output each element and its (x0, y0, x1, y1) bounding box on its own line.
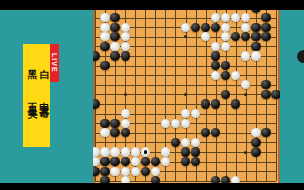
stone-black (141, 167, 150, 176)
star-point (124, 93, 127, 96)
go-board[interactable] (93, 10, 280, 183)
stone-white (100, 128, 109, 137)
stone-white (131, 157, 140, 166)
stone-white (121, 176, 130, 183)
stone-black (251, 138, 260, 147)
stone-black (100, 167, 109, 176)
stone-black (181, 147, 190, 156)
stone-white (221, 23, 230, 32)
stone-white (110, 42, 119, 51)
stone-white (100, 13, 109, 22)
stone-black (110, 128, 119, 137)
stone-white (201, 32, 210, 41)
stone-black (261, 13, 270, 22)
stone-black (271, 90, 280, 99)
stone-black (211, 99, 220, 108)
stone-white (241, 23, 250, 32)
stone-black (100, 42, 109, 51)
stone-black (231, 32, 240, 41)
stone-black (251, 23, 260, 32)
star-point (244, 151, 247, 154)
stone-white (100, 23, 109, 32)
stone-black (251, 32, 260, 41)
stone-black (100, 176, 109, 183)
stone-white (221, 32, 230, 41)
stone-white (131, 147, 140, 156)
broadcast-frame[interactable]: 黑 白 王星昊 申真谞 LIVE (0, 0, 304, 190)
live-label: LIVE (51, 53, 58, 73)
stone-white (181, 138, 190, 147)
stone-white (191, 138, 200, 147)
stone-black (191, 157, 200, 166)
stone-white (121, 167, 130, 176)
black-label: 黑 (26, 61, 37, 62)
stone-white (141, 147, 150, 156)
edge-widget (297, 50, 304, 63)
stone-black (201, 128, 210, 137)
stone-black (93, 167, 100, 176)
stone-white (221, 42, 230, 51)
stone-white (131, 167, 140, 176)
star-point (184, 93, 187, 96)
stone-white (100, 32, 109, 41)
stone-white (211, 71, 220, 80)
stone-white (161, 157, 170, 166)
stone-black (121, 128, 130, 137)
stone-white (241, 51, 250, 60)
stone-white (181, 23, 190, 32)
stone-white (121, 119, 130, 128)
stone-white (121, 32, 130, 41)
stone-black (151, 176, 160, 183)
stone-black (110, 119, 119, 128)
stone-white (241, 13, 250, 22)
stone-black (100, 157, 109, 166)
stone-black (211, 176, 220, 183)
stone-black (110, 157, 119, 166)
stone-black (100, 119, 109, 128)
grid-line-v (175, 10, 176, 181)
stone-white (191, 109, 200, 118)
stone-white (231, 176, 240, 183)
stone-white (221, 13, 230, 22)
stone-white (161, 119, 170, 128)
stone-white (241, 80, 250, 89)
stone-white (121, 147, 130, 156)
stone-black (251, 10, 260, 13)
white-label: 白 (38, 61, 49, 62)
stone-white (231, 71, 240, 80)
stone-black (93, 51, 100, 60)
stone-black (110, 13, 119, 22)
stone-black (261, 32, 270, 41)
stone-white (121, 42, 130, 51)
stone-black (171, 138, 180, 147)
stone-black (121, 51, 130, 60)
stone-black (121, 157, 130, 166)
stone-black (211, 23, 220, 32)
stone-white (93, 147, 100, 156)
grid-line-h (95, 104, 276, 105)
stone-white (251, 128, 260, 137)
stone-white (110, 167, 119, 176)
last-move-marker (144, 150, 147, 153)
star-point (184, 35, 187, 38)
stone-black (251, 147, 260, 156)
stone-white (121, 109, 130, 118)
stone-black (93, 99, 100, 108)
stone-black (181, 157, 190, 166)
stone-black (110, 32, 119, 41)
stone-black (110, 51, 119, 60)
player-banner: 黑 白 王星昊 申真谞 (23, 44, 50, 147)
stone-black (231, 99, 240, 108)
stone-black (251, 42, 260, 51)
grid-line-v (155, 10, 156, 181)
stone-black (221, 61, 230, 70)
letterbox-top (0, 0, 304, 10)
stone-black (261, 90, 270, 99)
stone-black (141, 157, 150, 166)
stone-white (171, 119, 180, 128)
stone-white (211, 42, 220, 51)
stone-black (211, 51, 220, 60)
stone-black (261, 23, 270, 32)
stone-white (161, 147, 170, 156)
stone-black (191, 147, 200, 156)
stone-black (261, 80, 270, 89)
stone-black (201, 99, 210, 108)
stone-black (100, 61, 109, 70)
stone-white (151, 167, 160, 176)
grid-line-v (216, 10, 217, 181)
live-badge: LIVE (50, 44, 59, 82)
stone-white (251, 51, 260, 60)
stone-white (181, 109, 190, 118)
letterbox-bottom (0, 183, 304, 190)
stone-black (211, 61, 220, 70)
black-player-name: 王星昊 (26, 94, 37, 103)
stone-white (231, 13, 240, 22)
stone-white (181, 119, 190, 128)
stone-white (100, 147, 109, 156)
stone-black (221, 90, 230, 99)
stone-black (201, 23, 210, 32)
star-point (244, 93, 247, 96)
stone-black (221, 71, 230, 80)
stone-black (261, 128, 270, 137)
stone-white (93, 157, 100, 166)
stone-white (110, 147, 119, 156)
stone-black (151, 157, 160, 166)
stone-white (211, 13, 220, 22)
stone-black (241, 32, 250, 41)
stone-black (211, 128, 220, 137)
stone-white (121, 23, 130, 32)
stone-black (110, 23, 119, 32)
white-player-name: 申真谞 (38, 94, 49, 103)
stone-black (221, 176, 230, 183)
stone-black (191, 23, 200, 32)
